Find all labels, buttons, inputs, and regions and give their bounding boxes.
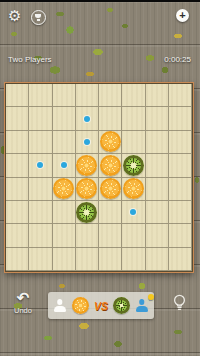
board-cell[interactable]	[6, 154, 29, 177]
board-cell[interactable]	[76, 84, 99, 107]
orange-piece	[123, 178, 144, 199]
players-vs-panel: VS	[48, 292, 154, 319]
board-cell[interactable]	[122, 224, 145, 247]
board	[5, 83, 193, 272]
board-cell[interactable]	[29, 224, 52, 247]
board-cell[interactable]	[146, 224, 169, 247]
board-cell[interactable]	[53, 107, 76, 130]
turn-indicator-bulb-icon	[148, 294, 154, 300]
board-cell[interactable]	[169, 178, 192, 201]
trophy-cup-shape	[35, 14, 41, 19]
hint-dot	[130, 209, 136, 215]
board-cell[interactable]	[53, 178, 76, 201]
undo-label: Undo	[8, 306, 38, 315]
board-cell[interactable]	[122, 84, 145, 107]
board-cell[interactable]	[29, 248, 52, 271]
settings-gear-icon[interactable]: ⚙	[8, 8, 21, 24]
orange-piece	[100, 178, 121, 199]
trophy-icon[interactable]	[31, 10, 46, 25]
board-cell[interactable]	[146, 131, 169, 154]
board-cell[interactable]	[99, 154, 122, 177]
orange-piece	[53, 178, 74, 199]
board-cell[interactable]	[169, 154, 192, 177]
board-cell[interactable]	[6, 131, 29, 154]
kiwi-piece	[123, 155, 144, 176]
hint-dot	[61, 162, 67, 168]
player2-kiwi-piece-icon	[113, 297, 130, 314]
hint-dot	[37, 162, 43, 168]
board-cell[interactable]	[99, 201, 122, 224]
board-cell[interactable]	[29, 178, 52, 201]
board-cell[interactable]	[169, 107, 192, 130]
board-cell[interactable]	[76, 154, 99, 177]
app-screen: ⚙ + Two Players 0:00:25 ↶ Undo VS	[0, 0, 200, 356]
board-cell[interactable]	[6, 178, 29, 201]
kiwi-piece	[76, 202, 97, 223]
board-cell[interactable]	[53, 224, 76, 247]
orange-piece	[76, 155, 97, 176]
board-cell[interactable]	[6, 84, 29, 107]
board-cell[interactable]	[53, 248, 76, 271]
undo-button[interactable]: ↶ Undo	[8, 290, 38, 315]
board-cell[interactable]	[76, 201, 99, 224]
board-cell[interactable]	[169, 224, 192, 247]
board-cell[interactable]	[122, 154, 145, 177]
board-cell[interactable]	[146, 248, 169, 271]
board-cell[interactable]	[76, 248, 99, 271]
board-cell[interactable]	[99, 224, 122, 247]
board-cell[interactable]	[146, 107, 169, 130]
board-cell[interactable]	[29, 107, 52, 130]
board-cell[interactable]	[76, 107, 99, 130]
board-cell[interactable]	[53, 201, 76, 224]
undo-arrow-icon: ↶	[8, 290, 38, 305]
board-cell[interactable]	[29, 201, 52, 224]
add-button[interactable]: +	[176, 9, 189, 22]
board-cell[interactable]	[99, 84, 122, 107]
board-cell[interactable]	[169, 84, 192, 107]
board-cell[interactable]	[146, 178, 169, 201]
board-cell[interactable]	[146, 154, 169, 177]
board-cell[interactable]	[122, 201, 145, 224]
trophy-base-shape	[37, 19, 40, 21]
lightbulb-icon	[172, 293, 187, 314]
board-cell[interactable]	[99, 107, 122, 130]
hint-dot	[84, 139, 90, 145]
board-cell[interactable]	[169, 201, 192, 224]
board-cell[interactable]	[29, 154, 52, 177]
board-cell[interactable]	[76, 131, 99, 154]
board-cell[interactable]	[122, 107, 145, 130]
vs-label: VS	[94, 300, 108, 312]
board-cell[interactable]	[6, 107, 29, 130]
board-cell[interactable]	[29, 84, 52, 107]
hint-dot	[84, 116, 90, 122]
board-cell[interactable]	[99, 131, 122, 154]
board-cell[interactable]	[146, 201, 169, 224]
board-cell[interactable]	[6, 248, 29, 271]
board-cell[interactable]	[53, 154, 76, 177]
status-bar-strip	[0, 0, 200, 2]
board-cell[interactable]	[76, 224, 99, 247]
orange-piece	[100, 131, 121, 152]
board-cell[interactable]	[169, 248, 192, 271]
player2-avatar-icon	[135, 299, 149, 312]
board-cell[interactable]	[99, 178, 122, 201]
board-cell[interactable]	[122, 131, 145, 154]
board-cell[interactable]	[53, 84, 76, 107]
board-cell[interactable]	[146, 84, 169, 107]
orange-piece	[100, 155, 121, 176]
player1-orange-piece-icon	[72, 297, 89, 314]
board-cell[interactable]	[6, 224, 29, 247]
board-cell[interactable]	[53, 131, 76, 154]
orange-piece	[76, 178, 97, 199]
board-cell[interactable]	[76, 178, 99, 201]
board-cell[interactable]	[169, 131, 192, 154]
game-timer: 0:00:25	[164, 55, 191, 64]
board-cell[interactable]	[122, 248, 145, 271]
game-mode-label: Two Players	[8, 55, 52, 64]
hint-lightbulb-button[interactable]	[172, 293, 187, 318]
player1-avatar-icon	[53, 299, 67, 312]
board-cell[interactable]	[6, 201, 29, 224]
board-cell[interactable]	[122, 178, 145, 201]
board-cell[interactable]	[99, 248, 122, 271]
board-cell[interactable]	[29, 131, 52, 154]
